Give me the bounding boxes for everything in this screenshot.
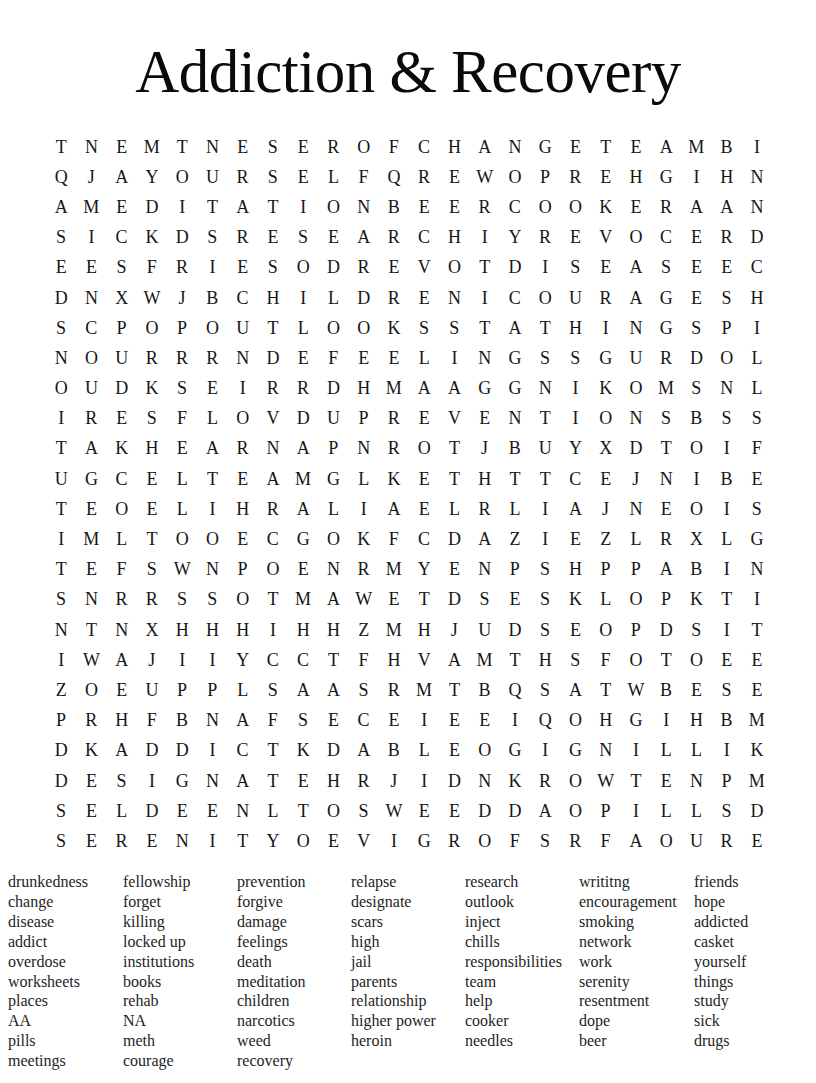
grid-cell-r8c8: D xyxy=(258,343,288,373)
grid-cell-r16c24: I xyxy=(742,585,772,615)
grid-cell-r24c15: O xyxy=(470,826,500,856)
grid-cell-r4c15: I xyxy=(470,223,500,253)
word-item: outlook xyxy=(465,892,579,912)
word-item: drunkedness xyxy=(8,872,123,892)
word-item: research xyxy=(465,872,579,892)
grid-cell-r20c14: E xyxy=(439,706,469,736)
grid-cell-r19c19: T xyxy=(591,675,621,705)
grid-cell-r12c22: I xyxy=(681,464,711,494)
grid-cell-r9c22: S xyxy=(681,374,711,404)
grid-cell-r10c11: P xyxy=(349,404,379,434)
grid-cell-r14c17: I xyxy=(530,524,560,554)
grid-cell-r3c19: K xyxy=(591,192,621,222)
grid-cell-r11c3: K xyxy=(107,434,137,464)
grid-cell-r17c14: J xyxy=(439,615,469,645)
grid-cell-r16c23: T xyxy=(712,585,742,615)
grid-cell-r4c19: V xyxy=(591,223,621,253)
grid-cell-r11c9: A xyxy=(288,434,318,464)
grid-cell-r18c11: F xyxy=(349,645,379,675)
grid-cell-r15c11: R xyxy=(349,555,379,585)
grid-cell-r4c4: K xyxy=(137,223,167,253)
grid-cell-r3c13: E xyxy=(409,192,439,222)
grid-cell-r20c21: I xyxy=(651,706,681,736)
grid-cell-r12c3: C xyxy=(107,464,137,494)
grid-cell-r23c11: S xyxy=(349,796,379,826)
grid-cell-r15c10: N xyxy=(318,555,348,585)
grid-cell-r1c21: A xyxy=(651,132,681,162)
grid-cell-r6c10: L xyxy=(318,283,348,313)
word-item: death xyxy=(237,952,351,972)
grid-cell-r12c11: L xyxy=(349,464,379,494)
grid-cell-r15c15: N xyxy=(470,555,500,585)
grid-cell-r6c15: I xyxy=(470,283,500,313)
grid-cell-r3c20: E xyxy=(621,192,651,222)
grid-cell-r16c15: S xyxy=(470,585,500,615)
grid-cell-r2c8: S xyxy=(258,162,288,192)
grid-cell-r6c12: R xyxy=(379,283,409,313)
grid-cell-r3c22: A xyxy=(681,192,711,222)
grid-cell-r9c3: D xyxy=(107,374,137,404)
grid-cell-r22c13: I xyxy=(409,766,439,796)
grid-cell-r13c14: L xyxy=(439,494,469,524)
grid-cell-r18c3: A xyxy=(107,645,137,675)
grid-cell-r23c23: S xyxy=(712,796,742,826)
grid-cell-r5c10: D xyxy=(318,253,348,283)
grid-cell-r10c20: N xyxy=(621,404,651,434)
grid-cell-r24c10: E xyxy=(318,826,348,856)
grid-cell-r9c8: R xyxy=(258,374,288,404)
grid-cell-r24c20: A xyxy=(621,826,651,856)
grid-cell-r21c22: L xyxy=(681,736,711,766)
grid-cell-r11c4: H xyxy=(137,434,167,464)
word-item: places xyxy=(8,991,123,1011)
grid-cell-r21c14: E xyxy=(439,736,469,766)
grid-cell-r9c1: O xyxy=(46,374,76,404)
word-item: writitng xyxy=(579,872,694,892)
grid-cell-r20c20: G xyxy=(621,706,651,736)
grid-cell-r22c7: A xyxy=(228,766,258,796)
grid-cell-r4c20: O xyxy=(621,223,651,253)
grid-cell-r2c10: L xyxy=(318,162,348,192)
grid-cell-r18c22: O xyxy=(681,645,711,675)
grid-cell-r3c10: O xyxy=(318,192,348,222)
grid-cell-r17c16: D xyxy=(500,615,530,645)
grid-cell-r4c22: E xyxy=(681,223,711,253)
grid-cell-r19c16: Q xyxy=(500,675,530,705)
grid-cell-r9c17: N xyxy=(530,374,560,404)
word-item: cooker xyxy=(465,1011,579,1031)
grid-cell-r18c9: C xyxy=(288,645,318,675)
grid-cell-r3c18: O xyxy=(560,192,590,222)
grid-cell-r7c4: O xyxy=(137,313,167,343)
grid-cell-r19c1: Z xyxy=(46,675,76,705)
grid-cell-r22c4: I xyxy=(137,766,167,796)
word-item: drugs xyxy=(694,1031,808,1051)
grid-cell-r22c6: N xyxy=(197,766,227,796)
grid-cell-r16c1: S xyxy=(46,585,76,615)
grid-cell-r6c8: H xyxy=(258,283,288,313)
grid-cell-r5c1: E xyxy=(46,253,76,283)
grid-cell-r16c7: O xyxy=(228,585,258,615)
grid-cell-r5c6: I xyxy=(197,253,227,283)
word-bank-column-2: fellowshipforgetkillinglocked upinstitut… xyxy=(123,872,237,1071)
grid-cell-r9c12: M xyxy=(379,374,409,404)
word-item: disease xyxy=(8,912,123,932)
grid-cell-r22c18: O xyxy=(560,766,590,796)
grid-cell-r15c7: P xyxy=(228,555,258,585)
grid-cell-r24c22: U xyxy=(681,826,711,856)
grid-cell-r16c17: S xyxy=(530,585,560,615)
grid-cell-r20c9: S xyxy=(288,706,318,736)
grid-cell-r12c13: E xyxy=(409,464,439,494)
grid-cell-r5c8: S xyxy=(258,253,288,283)
grid-cell-r1c7: E xyxy=(228,132,258,162)
grid-cell-r22c2: E xyxy=(76,766,106,796)
grid-cell-r6c18: U xyxy=(560,283,590,313)
grid-cell-r5c17: I xyxy=(530,253,560,283)
grid-cell-r23c7: N xyxy=(228,796,258,826)
grid-cell-r7c7: U xyxy=(228,313,258,343)
grid-cell-r17c15: U xyxy=(470,615,500,645)
grid-cell-r3c6: T xyxy=(197,192,227,222)
grid-cell-r4c6: S xyxy=(197,223,227,253)
grid-cell-r22c23: P xyxy=(712,766,742,796)
grid-cell-r15c13: Y xyxy=(409,555,439,585)
grid-cell-r13c9: A xyxy=(288,494,318,524)
word-item: responsibilities xyxy=(465,952,579,972)
grid-cell-r18c23: E xyxy=(712,645,742,675)
grid-cell-r24c11: V xyxy=(349,826,379,856)
grid-cell-r11c14: T xyxy=(439,434,469,464)
grid-cell-r23c17: A xyxy=(530,796,560,826)
grid-cell-r10c16: N xyxy=(500,404,530,434)
grid-cell-r11c17: U xyxy=(530,434,560,464)
grid-cell-r4c17: R xyxy=(530,223,560,253)
word-item: meth xyxy=(123,1031,237,1051)
grid-cell-r14c19: Z xyxy=(591,524,621,554)
grid-cell-r3c24: N xyxy=(742,192,772,222)
grid-cell-r17c5: H xyxy=(167,615,197,645)
grid-cell-r19c4: U xyxy=(137,675,167,705)
grid-cell-r24c16: F xyxy=(500,826,530,856)
grid-cell-r10c15: E xyxy=(470,404,500,434)
grid-cell-r24c12: I xyxy=(379,826,409,856)
grid-cell-r10c12: R xyxy=(379,404,409,434)
grid-cell-r23c1: S xyxy=(46,796,76,826)
grid-cell-r10c7: O xyxy=(228,404,258,434)
grid-cell-r1c17: G xyxy=(530,132,560,162)
grid-cell-r10c9: D xyxy=(288,404,318,434)
grid-cell-r5c11: R xyxy=(349,253,379,283)
grid-cell-r21c20: I xyxy=(621,736,651,766)
grid-cell-r18c17: H xyxy=(530,645,560,675)
grid-cell-r12c18: C xyxy=(560,464,590,494)
grid-cell-r11c10: P xyxy=(318,434,348,464)
grid-cell-r18c4: J xyxy=(137,645,167,675)
grid-cell-r2c2: J xyxy=(76,162,106,192)
grid-cell-r20c2: R xyxy=(76,706,106,736)
grid-cell-r9c18: I xyxy=(560,374,590,404)
grid-cell-r6c6: B xyxy=(197,283,227,313)
grid-cell-r18c19: F xyxy=(591,645,621,675)
grid-cell-r12c10: G xyxy=(318,464,348,494)
grid-cell-r5c19: E xyxy=(591,253,621,283)
grid-cell-r23c10: O xyxy=(318,796,348,826)
grid-cell-r13c1: T xyxy=(46,494,76,524)
grid-cell-r22c3: S xyxy=(107,766,137,796)
grid-cell-r2c4: Y xyxy=(137,162,167,192)
grid-cell-r5c9: O xyxy=(288,253,318,283)
word-item: network xyxy=(579,932,694,952)
grid-cell-r21c21: L xyxy=(651,736,681,766)
grid-cell-r14c9: G xyxy=(288,524,318,554)
grid-cell-r4c13: C xyxy=(409,223,439,253)
word-bank: drunkednesschangediseaseaddictoverdosewo… xyxy=(8,872,808,1071)
grid-cell-r22c21: E xyxy=(651,766,681,796)
grid-cell-r19c18: A xyxy=(560,675,590,705)
grid-cell-r15c19: P xyxy=(591,555,621,585)
word-item: fellowship xyxy=(123,872,237,892)
grid-cell-r4c24: D xyxy=(742,223,772,253)
word-item: relapse xyxy=(351,872,465,892)
grid-cell-r8c10: F xyxy=(318,343,348,373)
grid-cell-r4c7: R xyxy=(228,223,258,253)
grid-cell-r24c2: E xyxy=(76,826,106,856)
grid-cell-r17c10: H xyxy=(318,615,348,645)
grid-cell-r14c18: E xyxy=(560,524,590,554)
word-item: prevention xyxy=(237,872,351,892)
grid-cell-r5c15: T xyxy=(470,253,500,283)
grid-cell-r3c23: A xyxy=(712,192,742,222)
grid-cell-r2c6: U xyxy=(197,162,227,192)
grid-cell-r15c1: T xyxy=(46,555,76,585)
grid-cell-r16c21: P xyxy=(651,585,681,615)
grid-cell-r19c5: P xyxy=(167,675,197,705)
grid-cell-r14c20: L xyxy=(621,524,651,554)
grid-cell-r2c20: H xyxy=(621,162,651,192)
grid-cell-r18c5: I xyxy=(167,645,197,675)
grid-cell-r12c1: U xyxy=(46,464,76,494)
grid-cell-r10c14: V xyxy=(439,404,469,434)
grid-cell-r13c10: L xyxy=(318,494,348,524)
grid-cell-r2c3: A xyxy=(107,162,137,192)
grid-cell-r1c20: E xyxy=(621,132,651,162)
grid-cell-r12c5: L xyxy=(167,464,197,494)
grid-cell-r15c9: E xyxy=(288,555,318,585)
grid-cell-r6c7: C xyxy=(228,283,258,313)
grid-cell-r15c17: S xyxy=(530,555,560,585)
grid-cell-r24c14: R xyxy=(439,826,469,856)
grid-cell-r3c4: D xyxy=(137,192,167,222)
grid-cell-r6c3: X xyxy=(107,283,137,313)
grid-cell-r2c22: I xyxy=(681,162,711,192)
grid-cell-r4c1: S xyxy=(46,223,76,253)
grid-cell-r1c13: C xyxy=(409,132,439,162)
grid-cell-r6c21: G xyxy=(651,283,681,313)
grid-cell-r24c24: E xyxy=(742,826,772,856)
grid-cell-r17c24: T xyxy=(742,615,772,645)
grid-cell-r24c8: Y xyxy=(258,826,288,856)
word-item: hope xyxy=(694,892,808,912)
grid-cell-r17c7: H xyxy=(228,615,258,645)
grid-cell-r12c7: E xyxy=(228,464,258,494)
grid-cell-r17c4: X xyxy=(137,615,167,645)
grid-cell-r17c12: M xyxy=(379,615,409,645)
grid-cell-r17c13: H xyxy=(409,615,439,645)
grid-cell-r16c6: S xyxy=(197,585,227,615)
grid-cell-r23c2: E xyxy=(76,796,106,826)
grid-cell-r8c7: N xyxy=(228,343,258,373)
grid-cell-r23c4: D xyxy=(137,796,167,826)
grid-cell-r23c3: L xyxy=(107,796,137,826)
grid-cell-r7c24: I xyxy=(742,313,772,343)
grid-cell-r3c11: N xyxy=(349,192,379,222)
grid-cell-r14c8: C xyxy=(258,524,288,554)
grid-cell-r21c15: O xyxy=(470,736,500,766)
grid-cell-r9c15: G xyxy=(470,374,500,404)
grid-cell-r17c11: Z xyxy=(349,615,379,645)
grid-cell-r20c15: E xyxy=(470,706,500,736)
grid-cell-r15c16: P xyxy=(500,555,530,585)
grid-cell-r8c5: R xyxy=(167,343,197,373)
grid-cell-r17c21: D xyxy=(651,615,681,645)
grid-cell-r20c4: F xyxy=(137,706,167,736)
grid-cell-r21c18: G xyxy=(560,736,590,766)
grid-cell-r7c3: P xyxy=(107,313,137,343)
grid-cell-r14c12: F xyxy=(379,524,409,554)
word-item: pills xyxy=(8,1031,123,1051)
grid-cell-r6c19: R xyxy=(591,283,621,313)
grid-cell-r1c9: E xyxy=(288,132,318,162)
grid-cell-r20c22: H xyxy=(681,706,711,736)
grid-cell-r6c24: H xyxy=(742,283,772,313)
word-bank-column-5: researchoutlookinjectchillsresponsibilit… xyxy=(465,872,579,1051)
grid-cell-r4c14: H xyxy=(439,223,469,253)
word-bank-column-6: writitngencouragementsmokingnetworkworks… xyxy=(579,872,694,1051)
grid-cell-r7c13: S xyxy=(409,313,439,343)
grid-cell-r12c20: J xyxy=(621,464,651,494)
grid-cell-r18c21: T xyxy=(651,645,681,675)
grid-cell-r18c20: O xyxy=(621,645,651,675)
grid-cell-r5c4: F xyxy=(137,253,167,283)
grid-cell-r22c10: H xyxy=(318,766,348,796)
grid-cell-r3c17: O xyxy=(530,192,560,222)
grid-cell-r8c12: E xyxy=(379,343,409,373)
word-item: encouragement xyxy=(579,892,694,912)
grid-cell-r17c3: N xyxy=(107,615,137,645)
grid-cell-r12c8: A xyxy=(258,464,288,494)
grid-cell-r2c19: E xyxy=(591,162,621,192)
grid-cell-r4c8: E xyxy=(258,223,288,253)
grid-cell-r22c16: K xyxy=(500,766,530,796)
grid-cell-r13c23: I xyxy=(712,494,742,524)
grid-cell-r11c2: A xyxy=(76,434,106,464)
grid-cell-r9c19: K xyxy=(591,374,621,404)
grid-cell-r14c6: O xyxy=(197,524,227,554)
grid-cell-r7c17: T xyxy=(530,313,560,343)
grid-cell-r13c21: E xyxy=(651,494,681,524)
grid-cell-r8c22: D xyxy=(681,343,711,373)
grid-cell-r5c16: D xyxy=(500,253,530,283)
grid-cell-r13c24: S xyxy=(742,494,772,524)
grid-cell-r22c22: N xyxy=(681,766,711,796)
word-item: smoking xyxy=(579,912,694,932)
grid-cell-r6c2: N xyxy=(76,283,106,313)
grid-cell-r6c22: E xyxy=(681,283,711,313)
grid-cell-r10c5: F xyxy=(167,404,197,434)
grid-cell-r15c5: W xyxy=(167,555,197,585)
word-item: needles xyxy=(465,1031,579,1051)
grid-cell-r10c10: U xyxy=(318,404,348,434)
grid-cell-r2c23: H xyxy=(712,162,742,192)
grid-cell-r15c2: E xyxy=(76,555,106,585)
grid-cell-r20c23: B xyxy=(712,706,742,736)
grid-cell-r21c16: G xyxy=(500,736,530,766)
grid-cell-r18c13: V xyxy=(409,645,439,675)
word-item: forget xyxy=(123,892,237,912)
grid-cell-r1c11: O xyxy=(349,132,379,162)
grid-cell-r4c2: I xyxy=(76,223,106,253)
grid-cell-r8c13: L xyxy=(409,343,439,373)
grid-cell-r8c11: E xyxy=(349,343,379,373)
grid-cell-r18c1: I xyxy=(46,645,76,675)
grid-cell-r14c5: O xyxy=(167,524,197,554)
grid-cell-r13c13: E xyxy=(409,494,439,524)
grid-cell-r2c9: E xyxy=(288,162,318,192)
grid-cell-r1c4: M xyxy=(137,132,167,162)
grid-cell-r19c6: P xyxy=(197,675,227,705)
grid-cell-r7c6: O xyxy=(197,313,227,343)
grid-cell-r15c4: S xyxy=(137,555,167,585)
grid-cell-r1c15: A xyxy=(470,132,500,162)
grid-cell-r13c6: I xyxy=(197,494,227,524)
word-item: meetings xyxy=(8,1051,123,1071)
grid-cell-r18c8: C xyxy=(258,645,288,675)
grid-cell-r21c11: A xyxy=(349,736,379,766)
grid-cell-r12c2: G xyxy=(76,464,106,494)
word-item: heroin xyxy=(351,1031,465,1051)
grid-cell-r24c3: R xyxy=(107,826,137,856)
grid-cell-r1c14: H xyxy=(439,132,469,162)
grid-cell-r10c24: S xyxy=(742,404,772,434)
grid-cell-r7c1: S xyxy=(46,313,76,343)
grid-cell-r10c4: S xyxy=(137,404,167,434)
word-item: courage xyxy=(123,1051,237,1071)
grid-cell-r1c12: F xyxy=(379,132,409,162)
word-item: work xyxy=(579,952,694,972)
grid-cell-r12c14: T xyxy=(439,464,469,494)
grid-cell-r3c7: A xyxy=(228,192,258,222)
grid-cell-r23c24: D xyxy=(742,796,772,826)
grid-cell-r9c4: K xyxy=(137,374,167,404)
grid-cell-r11c21: T xyxy=(651,434,681,464)
word-item: study xyxy=(694,991,808,1011)
grid-cell-r17c9: H xyxy=(288,615,318,645)
word-item: resentment xyxy=(579,991,694,1011)
word-item: meditation xyxy=(237,972,351,992)
grid-cell-r7c2: C xyxy=(76,313,106,343)
grid-cell-r8c17: S xyxy=(530,343,560,373)
grid-cell-r18c16: T xyxy=(500,645,530,675)
grid-cell-r4c23: R xyxy=(712,223,742,253)
grid-cell-r14c13: C xyxy=(409,524,439,554)
grid-cell-r22c12: J xyxy=(379,766,409,796)
grid-cell-r16c11: W xyxy=(349,585,379,615)
grid-cell-r5c22: E xyxy=(681,253,711,283)
grid-cell-r11c1: T xyxy=(46,434,76,464)
grid-cell-r11c19: X xyxy=(591,434,621,464)
grid-cell-r19c14: T xyxy=(439,675,469,705)
